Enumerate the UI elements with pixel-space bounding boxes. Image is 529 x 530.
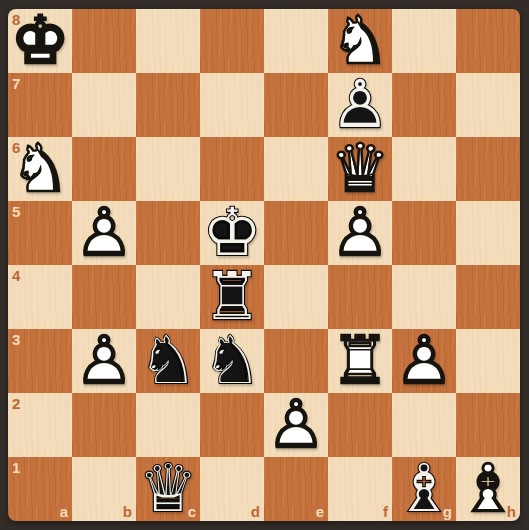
rank-label-1: 1 [12, 460, 20, 475]
square-a8[interactable]: 8♚♔ [8, 9, 72, 73]
square-c7[interactable] [136, 73, 200, 137]
chess-board: 8♚♔♞♘7♟♙6♞♘♛♕5♟♙♚♔♟♙4♜♖3♟♙♞♘♞♘♜♖♟♙2♟♙1ab… [8, 9, 520, 521]
piece-detail-glyph: ♘ [328, 9, 392, 73]
square-d7[interactable] [200, 73, 264, 137]
piece-glyph: ♚ [200, 201, 264, 265]
square-g6[interactable] [392, 137, 456, 201]
rank-label-3: 3 [12, 332, 20, 347]
white-pawn[interactable]: ♟♙ [72, 329, 136, 393]
square-h6[interactable] [456, 137, 520, 201]
square-b5[interactable]: ♟♙ [72, 201, 136, 265]
piece-glyph: ♟ [328, 201, 392, 265]
piece-glyph: ♞ [328, 9, 392, 73]
square-g3[interactable]: ♟♙ [392, 329, 456, 393]
piece-glyph: ♛ [328, 137, 392, 201]
black-pawn[interactable]: ♟♙ [328, 73, 392, 137]
file-label-h: h [507, 504, 516, 519]
square-e7[interactable] [264, 73, 328, 137]
piece-detail-glyph: ♔ [200, 201, 264, 265]
square-h1[interactable]: h♝♗ [456, 457, 520, 521]
square-h2[interactable] [456, 393, 520, 457]
square-c8[interactable] [136, 9, 200, 73]
black-knight[interactable]: ♞♘ [136, 329, 200, 393]
square-c2[interactable] [136, 393, 200, 457]
square-e1[interactable]: e [264, 457, 328, 521]
square-a1[interactable]: 1a [8, 457, 72, 521]
square-d4[interactable]: ♜♖ [200, 265, 264, 329]
rank-label-7: 7 [12, 76, 20, 91]
square-h8[interactable] [456, 9, 520, 73]
square-a6[interactable]: 6♞♘ [8, 137, 72, 201]
file-label-g: g [443, 504, 452, 519]
square-g5[interactable] [392, 201, 456, 265]
square-b6[interactable] [72, 137, 136, 201]
square-f2[interactable] [328, 393, 392, 457]
file-label-b: b [123, 504, 132, 519]
square-d5[interactable]: ♚♔ [200, 201, 264, 265]
square-d3[interactable]: ♞♘ [200, 329, 264, 393]
piece-glyph: ♟ [72, 201, 136, 265]
square-g8[interactable] [392, 9, 456, 73]
square-f3[interactable]: ♜♖ [328, 329, 392, 393]
piece-detail-glyph: ♙ [72, 201, 136, 265]
rank-label-4: 4 [12, 268, 20, 283]
square-d8[interactable] [200, 9, 264, 73]
piece-glyph: ♟ [328, 73, 392, 137]
piece-detail-glyph: ♘ [200, 329, 264, 393]
black-knight[interactable]: ♞♘ [200, 329, 264, 393]
piece-glyph: ♟ [392, 329, 456, 393]
square-e2[interactable]: ♟♙ [264, 393, 328, 457]
square-e6[interactable] [264, 137, 328, 201]
rank-label-8: 8 [12, 12, 20, 27]
square-b8[interactable] [72, 9, 136, 73]
piece-glyph: ♟ [264, 393, 328, 457]
rank-label-2: 2 [12, 396, 20, 411]
square-c3[interactable]: ♞♘ [136, 329, 200, 393]
piece-glyph: ♞ [200, 329, 264, 393]
square-f1[interactable]: f [328, 457, 392, 521]
square-e8[interactable] [264, 9, 328, 73]
square-f4[interactable] [328, 265, 392, 329]
square-b4[interactable] [72, 265, 136, 329]
square-g4[interactable] [392, 265, 456, 329]
square-f6[interactable]: ♛♕ [328, 137, 392, 201]
file-label-f: f [383, 504, 388, 519]
square-d2[interactable] [200, 393, 264, 457]
square-e4[interactable] [264, 265, 328, 329]
file-label-a: a [60, 504, 68, 519]
square-a5[interactable]: 5 [8, 201, 72, 265]
square-h7[interactable] [456, 73, 520, 137]
rank-label-6: 6 [12, 140, 20, 155]
black-rook[interactable]: ♜♖ [200, 265, 264, 329]
piece-detail-glyph: ♘ [136, 329, 200, 393]
square-a4[interactable]: 4 [8, 265, 72, 329]
file-label-e: e [316, 504, 324, 519]
piece-detail-glyph: ♙ [264, 393, 328, 457]
piece-detail-glyph: ♙ [72, 329, 136, 393]
square-a3[interactable]: 3 [8, 329, 72, 393]
square-g2[interactable] [392, 393, 456, 457]
white-pawn[interactable]: ♟♙ [328, 201, 392, 265]
page-background: { "game": "chess", "position": { "fen": … [0, 0, 529, 530]
piece-glyph: ♜ [328, 329, 392, 393]
piece-detail-glyph: ♖ [328, 329, 392, 393]
square-f5[interactable]: ♟♙ [328, 201, 392, 265]
piece-detail-glyph: ♙ [328, 73, 392, 137]
square-a2[interactable]: 2 [8, 393, 72, 457]
square-c6[interactable] [136, 137, 200, 201]
square-b3[interactable]: ♟♙ [72, 329, 136, 393]
square-c1[interactable]: c♛♕ [136, 457, 200, 521]
square-h4[interactable] [456, 265, 520, 329]
square-c5[interactable] [136, 201, 200, 265]
square-f8[interactable]: ♞♘ [328, 9, 392, 73]
piece-detail-glyph: ♖ [200, 265, 264, 329]
square-b2[interactable] [72, 393, 136, 457]
square-h3[interactable] [456, 329, 520, 393]
square-c4[interactable] [136, 265, 200, 329]
rank-label-5: 5 [12, 204, 20, 219]
black-king[interactable]: ♚♔ [200, 201, 264, 265]
white-pawn[interactable]: ♟♙ [392, 329, 456, 393]
file-label-c: c [188, 504, 196, 519]
square-b7[interactable] [72, 73, 136, 137]
piece-glyph: ♟ [72, 329, 136, 393]
piece-glyph: ♞ [136, 329, 200, 393]
white-queen[interactable]: ♛♕ [328, 137, 392, 201]
piece-glyph: ♜ [200, 265, 264, 329]
square-h5[interactable] [456, 201, 520, 265]
square-e3[interactable] [264, 329, 328, 393]
white-rook[interactable]: ♜♖ [328, 329, 392, 393]
white-pawn[interactable]: ♟♙ [264, 393, 328, 457]
piece-detail-glyph: ♙ [328, 201, 392, 265]
square-d1[interactable]: d [200, 457, 264, 521]
white-pawn[interactable]: ♟♙ [72, 201, 136, 265]
square-d6[interactable] [200, 137, 264, 201]
square-g1[interactable]: g♝♗ [392, 457, 456, 521]
piece-detail-glyph: ♙ [392, 329, 456, 393]
square-a7[interactable]: 7 [8, 73, 72, 137]
piece-detail-glyph: ♕ [328, 137, 392, 201]
square-e5[interactable] [264, 201, 328, 265]
white-knight[interactable]: ♞♘ [328, 9, 392, 73]
square-b1[interactable]: b [72, 457, 136, 521]
square-g7[interactable] [392, 73, 456, 137]
square-f7[interactable]: ♟♙ [328, 73, 392, 137]
file-label-d: d [251, 504, 260, 519]
